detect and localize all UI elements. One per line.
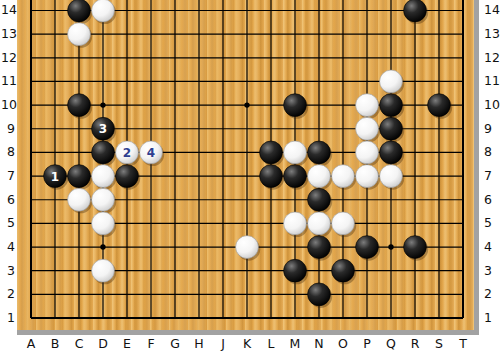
stone-black-Q9: [380, 117, 405, 142]
stone-black-M7: [284, 165, 309, 190]
row-label-right-6: 6: [484, 193, 492, 206]
stone-black-Q10: [380, 94, 405, 119]
stone-white-F8: 4: [140, 141, 165, 166]
stone-black-Q8: [380, 141, 405, 166]
stone-black-M10: [284, 94, 309, 119]
column-label-C: C: [75, 338, 84, 351]
column-label-A: A: [27, 338, 36, 351]
stone-black-D9: 3: [92, 117, 117, 142]
row-label-left-3: 3: [1, 264, 15, 277]
stone-black-M3: [284, 259, 309, 284]
stone-black-N8: [308, 141, 333, 166]
stone-black-L7: [260, 165, 285, 190]
column-label-D: D: [98, 338, 108, 351]
row-label-right-12: 12: [484, 52, 500, 65]
column-label-O: O: [338, 338, 348, 351]
column-label-E: E: [123, 338, 131, 351]
row-label-left-5: 5: [1, 217, 15, 230]
row-label-right-4: 4: [484, 241, 492, 254]
row-label-left-7: 7: [1, 170, 15, 183]
stone-white-E8: 2: [116, 141, 141, 166]
row-label-right-13: 13: [484, 28, 500, 41]
row-label-left-11: 11: [1, 75, 15, 88]
stone-white-M8: [284, 141, 309, 166]
row-label-right-9: 9: [484, 123, 492, 136]
stone-black-P4: [356, 236, 381, 261]
column-label-S: S: [435, 338, 443, 351]
column-label-N: N: [314, 338, 323, 351]
stone-black-S10: [428, 94, 453, 119]
column-label-T: T: [459, 338, 467, 351]
move-number-3: 3: [99, 122, 107, 136]
row-label-right-10: 10: [484, 99, 500, 112]
stone-white-P8: [356, 141, 381, 166]
stone-white-P10: [356, 94, 381, 119]
column-label-G: G: [170, 338, 180, 351]
row-label-right-8: 8: [484, 146, 492, 159]
stone-white-O5: [332, 212, 357, 237]
stone-white-Q7: [380, 165, 405, 190]
stone-white-N5: [308, 212, 333, 237]
stone-black-C7: [68, 165, 93, 190]
column-label-B: B: [51, 338, 60, 351]
row-label-left-1: 1: [1, 312, 15, 325]
row-label-left-10: 10: [1, 99, 15, 112]
stone-white-D6: [92, 188, 117, 213]
row-label-left-8: 8: [1, 146, 15, 159]
row-label-left-4: 4: [1, 241, 15, 254]
stone-white-K4: [236, 236, 261, 261]
stone-white-D7: [92, 165, 117, 190]
row-label-right-5: 5: [484, 217, 492, 230]
stone-white-O7: [332, 165, 357, 190]
column-label-K: K: [243, 338, 251, 351]
board-grid[interactable]: 3124: [17, 0, 474, 330]
row-label-right-14: 14: [484, 4, 500, 17]
stone-white-P9: [356, 117, 381, 142]
stone-white-D3: [92, 259, 117, 284]
row-label-left-2: 2: [1, 288, 15, 301]
stone-white-P7: [356, 165, 381, 190]
column-label-F: F: [147, 338, 154, 351]
stone-black-B7: 1: [44, 165, 69, 190]
row-label-left-13: 13: [1, 28, 15, 41]
row-label-left-6: 6: [1, 193, 15, 206]
row-label-left-14: 14: [1, 4, 15, 17]
column-label-Q: Q: [386, 338, 396, 351]
stone-white-M5: [284, 212, 309, 237]
stone-white-C13: [68, 23, 93, 48]
stone-white-D5: [92, 212, 117, 237]
column-label-H: H: [194, 338, 203, 351]
stone-black-C14: [68, 0, 93, 24]
stone-black-R4: [404, 236, 429, 261]
move-number-2: 2: [123, 146, 131, 160]
stone-black-E7: [116, 165, 141, 190]
column-label-P: P: [363, 338, 371, 351]
row-label-left-12: 12: [1, 52, 15, 65]
stone-black-O3: [332, 259, 357, 284]
column-label-L: L: [268, 338, 275, 351]
move-number-1: 1: [51, 170, 59, 184]
stone-black-N6: [308, 188, 333, 213]
stone-black-R14: [404, 0, 429, 24]
column-label-R: R: [411, 338, 420, 351]
stone-white-D14: [92, 0, 117, 24]
column-label-J: J: [221, 338, 225, 351]
stone-black-N2: [308, 283, 333, 308]
stone-black-N4: [308, 236, 333, 261]
row-label-right-7: 7: [484, 170, 492, 183]
stone-black-L8: [260, 141, 285, 166]
column-label-M: M: [290, 338, 301, 351]
stone-black-C10: [68, 94, 93, 119]
stone-white-Q11: [380, 70, 405, 95]
move-number-4: 4: [147, 146, 155, 160]
stone-white-N7: [308, 165, 333, 190]
row-label-right-3: 3: [484, 264, 492, 277]
stone-white-C6: [68, 188, 93, 213]
row-label-right-1: 1: [484, 312, 492, 325]
row-label-right-2: 2: [484, 288, 492, 301]
row-label-right-11: 11: [484, 75, 500, 88]
row-label-left-9: 9: [1, 123, 15, 136]
go-board-screenshot: 3124 1413121110987654321 141312111098765…: [0, 0, 500, 356]
go-board[interactable]: 3124: [17, 0, 474, 330]
stone-black-D8: [92, 141, 117, 166]
